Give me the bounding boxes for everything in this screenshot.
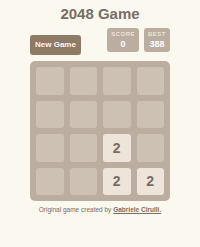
game-board[interactable]: 222: [30, 61, 170, 201]
board-cell: [70, 168, 98, 196]
board-cell: [137, 134, 165, 162]
footer-text: Original game created by: [39, 206, 113, 213]
board-cell: [103, 101, 131, 129]
board-cell: [103, 67, 131, 95]
board-cell: [70, 101, 98, 129]
board-cell: [137, 101, 165, 129]
tile-2: 2: [137, 168, 165, 196]
score-panels: SCORE 0 BEST 388: [107, 28, 170, 52]
board-cell: [36, 67, 64, 95]
tile-2: 2: [103, 134, 131, 162]
page-title: 2048 Game: [30, 4, 170, 24]
board-cell: [36, 134, 64, 162]
score-value: 0: [111, 39, 135, 50]
board-cell: [36, 101, 64, 129]
board-cell: [36, 168, 64, 196]
controls-row: New Game SCORE 0 BEST 388: [30, 28, 170, 55]
best-label: BEST: [148, 30, 166, 39]
board-cell: [70, 67, 98, 95]
board-cell: [70, 134, 98, 162]
best-value: 388: [148, 39, 166, 50]
footer-credit: Original game created by Gabriele Cirull…: [0, 206, 200, 213]
tile-2: 2: [103, 168, 131, 196]
author-link[interactable]: Gabriele Cirulli.: [113, 206, 161, 213]
best-box: BEST 388: [144, 28, 170, 52]
new-game-button[interactable]: New Game: [30, 35, 81, 55]
score-label: SCORE: [111, 30, 135, 39]
board-cell: [137, 67, 165, 95]
score-box: SCORE 0: [107, 28, 139, 52]
